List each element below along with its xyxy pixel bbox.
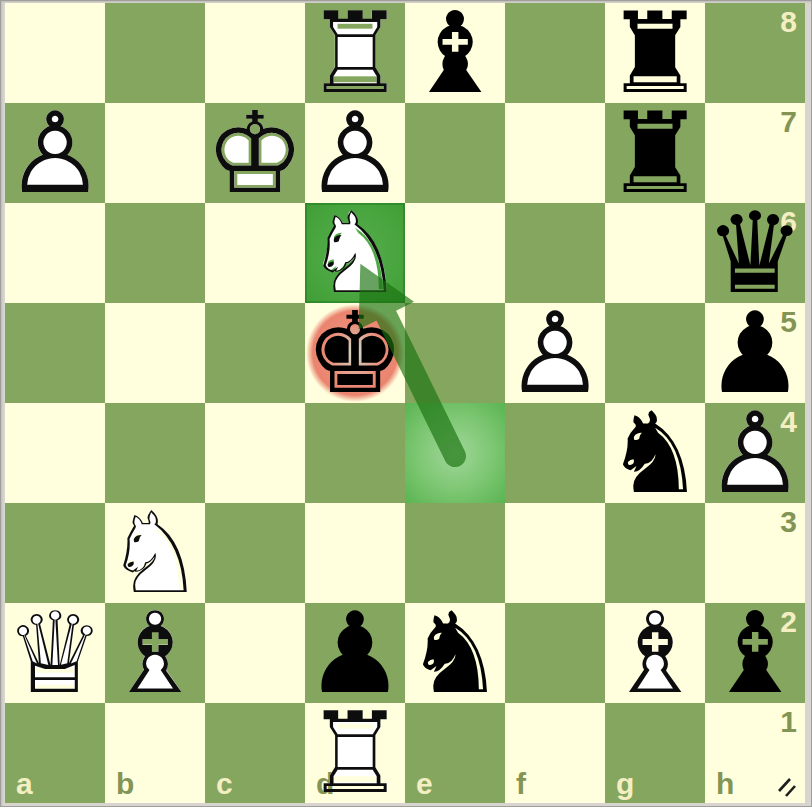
- piece-black-pawn[interactable]: ♟: [305, 603, 405, 703]
- square-e3[interactable]: [405, 503, 505, 603]
- square-f5[interactable]: ♟♙: [505, 303, 605, 403]
- rank-label-2: 2: [780, 607, 797, 637]
- file-label-c: c: [216, 769, 233, 799]
- square-d7[interactable]: ♟♙: [305, 103, 405, 203]
- piece-white-queen-fill: ♛: [5, 603, 105, 703]
- piece-white-pawn[interactable]: ♙: [305, 103, 405, 203]
- piece-white-rook-fill: ♜: [305, 3, 405, 103]
- square-h1[interactable]: 1h: [705, 703, 805, 803]
- double-slash-icon: [776, 776, 798, 798]
- square-e6[interactable]: [405, 203, 505, 303]
- square-f7[interactable]: [505, 103, 605, 203]
- square-b8[interactable]: [105, 3, 205, 103]
- rank-label-8: 8: [780, 7, 797, 37]
- piece-white-king[interactable]: ♔: [205, 103, 305, 203]
- square-b4[interactable]: [105, 403, 205, 503]
- square-d6[interactable]: ♞♘: [305, 203, 405, 303]
- square-h7[interactable]: 7: [705, 103, 805, 203]
- square-h6[interactable]: ♛6: [705, 203, 805, 303]
- square-c7[interactable]: ♚♔: [205, 103, 305, 203]
- square-e4[interactable]: [405, 403, 505, 503]
- square-g8[interactable]: ♜: [605, 3, 705, 103]
- piece-black-knight[interactable]: ♞: [605, 403, 705, 503]
- square-f1[interactable]: f: [505, 703, 605, 803]
- piece-black-bishop[interactable]: ♝: [405, 3, 505, 103]
- file-label-b: b: [116, 769, 134, 799]
- piece-black-rook[interactable]: ♜: [605, 103, 705, 203]
- square-e5[interactable]: [405, 303, 505, 403]
- square-h5[interactable]: ♟5: [705, 303, 805, 403]
- piece-white-knight-fill: ♞: [305, 203, 405, 303]
- square-c5[interactable]: [205, 303, 305, 403]
- file-label-g: g: [616, 769, 634, 799]
- piece-white-queen[interactable]: ♕: [5, 603, 105, 703]
- square-d3[interactable]: [305, 503, 405, 603]
- square-d1[interactable]: ♜♖d: [305, 703, 405, 803]
- square-d4[interactable]: [305, 403, 405, 503]
- square-c6[interactable]: [205, 203, 305, 303]
- square-g4[interactable]: ♞: [605, 403, 705, 503]
- danger-circle: [306, 304, 404, 402]
- square-g7[interactable]: ♜: [605, 103, 705, 203]
- square-a3[interactable]: [5, 503, 105, 603]
- square-d5[interactable]: ♚: [305, 303, 405, 403]
- square-b7[interactable]: [105, 103, 205, 203]
- piece-white-bishop-fill: ♝: [105, 603, 205, 703]
- square-h4[interactable]: ♟♙4: [705, 403, 805, 503]
- square-e2[interactable]: ♞: [405, 603, 505, 703]
- piece-white-pawn-fill: ♟: [5, 103, 105, 203]
- rank-label-7: 7: [780, 107, 797, 137]
- square-c8[interactable]: [205, 3, 305, 103]
- square-e7[interactable]: [405, 103, 505, 203]
- square-c3[interactable]: [205, 503, 305, 603]
- square-d8[interactable]: ♜♖: [305, 3, 405, 103]
- rank-label-6: 6: [780, 207, 797, 237]
- square-b3[interactable]: ♞♘: [105, 503, 205, 603]
- square-f4[interactable]: [505, 403, 605, 503]
- square-g5[interactable]: [605, 303, 705, 403]
- piece-white-pawn-fill: ♟: [505, 303, 605, 403]
- rank-label-1: 1: [780, 707, 797, 737]
- file-label-f: f: [516, 769, 526, 799]
- square-d2[interactable]: ♟: [305, 603, 405, 703]
- square-h2[interactable]: ♝2: [705, 603, 805, 703]
- piece-white-bishop[interactable]: ♗: [605, 603, 705, 703]
- square-a4[interactable]: [5, 403, 105, 503]
- file-label-a: a: [16, 769, 33, 799]
- square-b1[interactable]: b: [105, 703, 205, 803]
- file-label-e: e: [416, 769, 433, 799]
- square-h8[interactable]: 8: [705, 3, 805, 103]
- piece-white-pawn[interactable]: ♙: [505, 303, 605, 403]
- piece-black-knight[interactable]: ♞: [405, 603, 505, 703]
- chess-diagram-window: ♜♖♝♜8♟♙♚♔♟♙♜7♞♘♛6♚♟♙♟5♞♟♙4♞♘3♛♕♝♗♟♞♝♗♝2a…: [0, 0, 812, 807]
- piece-white-pawn-fill: ♟: [305, 103, 405, 203]
- square-g2[interactable]: ♝♗: [605, 603, 705, 703]
- piece-white-king-fill: ♚: [205, 103, 305, 203]
- file-label-d: d: [316, 769, 334, 799]
- square-c1[interactable]: c: [205, 703, 305, 803]
- square-b5[interactable]: [105, 303, 205, 403]
- square-b6[interactable]: [105, 203, 205, 303]
- chess-board: ♜♖♝♜8♟♙♚♔♟♙♜7♞♘♛6♚♟♙♟5♞♟♙4♞♘3♛♕♝♗♟♞♝♗♝2a…: [5, 3, 805, 803]
- square-c2[interactable]: [205, 603, 305, 703]
- piece-white-bishop[interactable]: ♗: [105, 603, 205, 703]
- square-f6[interactable]: [505, 203, 605, 303]
- piece-white-pawn[interactable]: ♙: [5, 103, 105, 203]
- piece-black-rook[interactable]: ♜: [605, 3, 705, 103]
- rank-label-3: 3: [780, 507, 797, 537]
- rank-label-4: 4: [780, 407, 797, 437]
- square-e8[interactable]: ♝: [405, 3, 505, 103]
- piece-white-knight[interactable]: ♘: [305, 203, 405, 303]
- piece-white-knight[interactable]: ♘: [105, 503, 205, 603]
- square-a1[interactable]: a: [5, 703, 105, 803]
- file-label-h: h: [716, 769, 734, 799]
- square-g1[interactable]: g: [605, 703, 705, 803]
- square-g6[interactable]: [605, 203, 705, 303]
- square-a5[interactable]: [5, 303, 105, 403]
- square-f2[interactable]: [505, 603, 605, 703]
- square-c4[interactable]: [205, 403, 305, 503]
- square-f3[interactable]: [505, 503, 605, 603]
- square-b2[interactable]: ♝♗: [105, 603, 205, 703]
- square-a8[interactable]: [5, 3, 105, 103]
- piece-white-bishop-fill: ♝: [605, 603, 705, 703]
- square-e1[interactable]: e: [405, 703, 505, 803]
- piece-white-rook[interactable]: ♖: [305, 3, 405, 103]
- square-a2[interactable]: ♛♕: [5, 603, 105, 703]
- square-h3[interactable]: 3: [705, 503, 805, 603]
- square-g3[interactable]: [605, 503, 705, 603]
- square-a7[interactable]: ♟♙: [5, 103, 105, 203]
- rank-label-5: 5: [780, 307, 797, 337]
- piece-white-knight-fill: ♞: [105, 503, 205, 603]
- square-a6[interactable]: [5, 203, 105, 303]
- square-f8[interactable]: [505, 3, 605, 103]
